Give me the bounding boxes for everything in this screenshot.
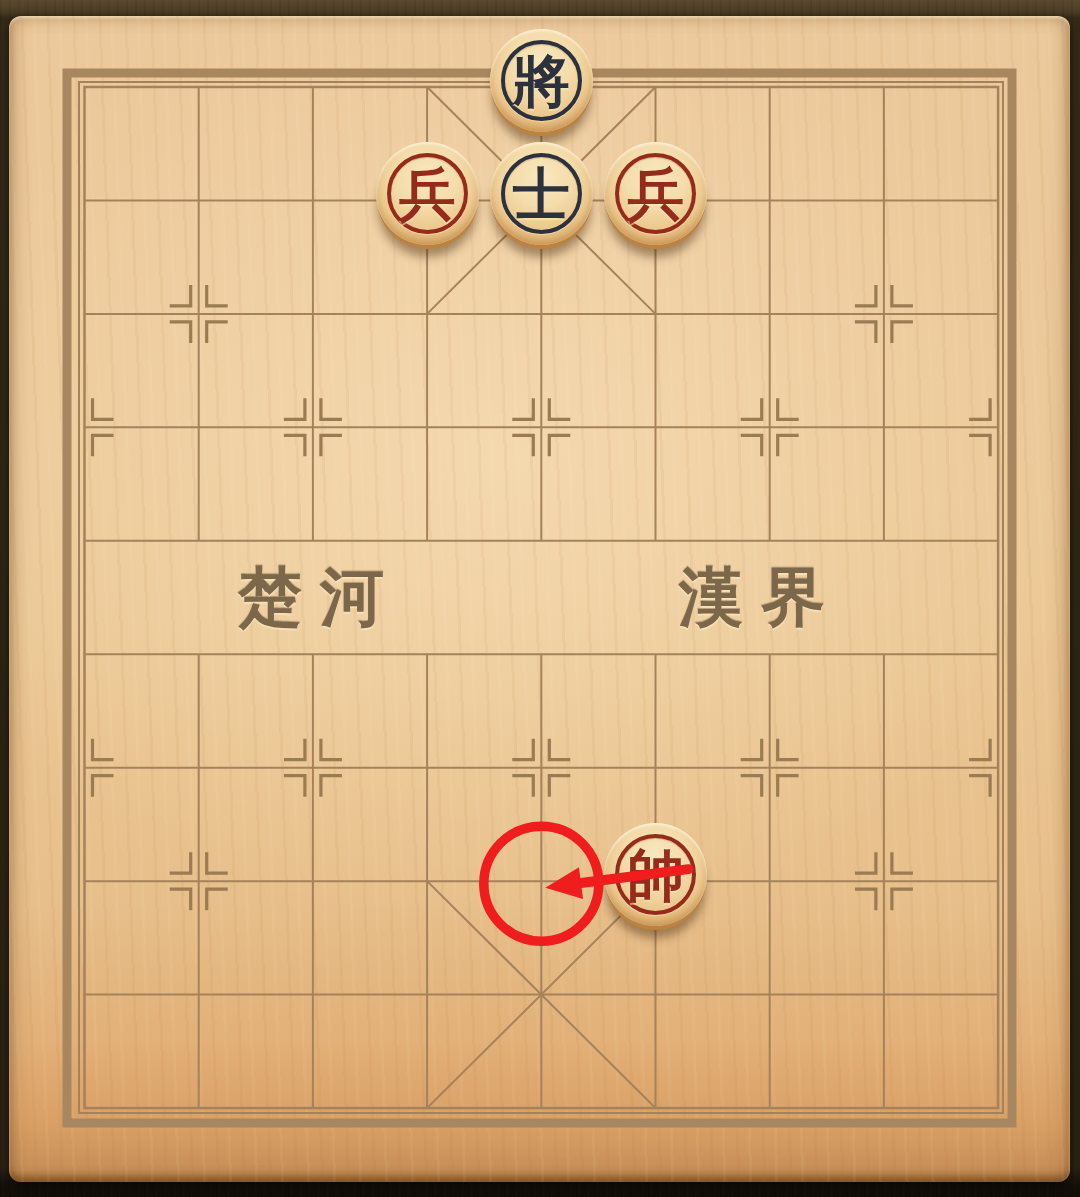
move-arrow-head: [545, 867, 583, 899]
xiangqi-game-screen: 楚河 漢界 將兵士兵帥: [0, 0, 1080, 1197]
move-hint-layer: [0, 0, 1080, 1197]
